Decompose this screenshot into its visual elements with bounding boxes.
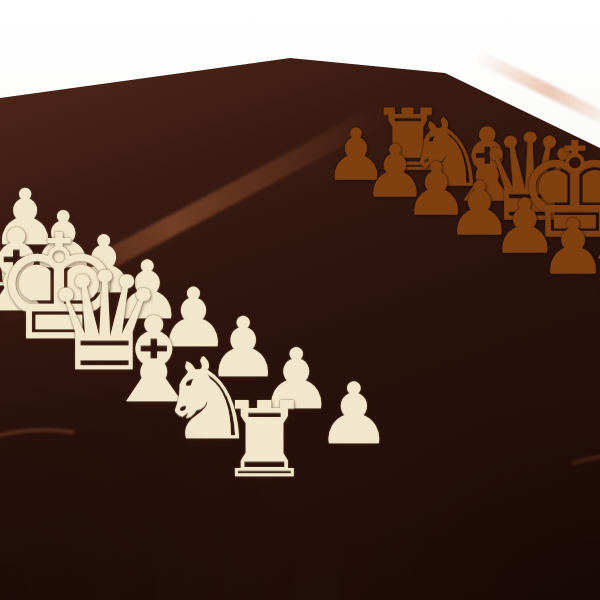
square-b5[interactable] — [454, 314, 569, 361]
square-e4[interactable] — [241, 262, 355, 303]
square-f5[interactable] — [267, 227, 372, 262]
square-c4[interactable] — [335, 309, 454, 357]
square-b4[interactable] — [386, 334, 508, 386]
square-a5[interactable] — [508, 339, 600, 390]
square-b6[interactable] — [516, 296, 600, 339]
square-a4[interactable] — [441, 361, 567, 417]
square-d4[interactable] — [287, 285, 404, 329]
piece-brown-pawn-b7[interactable]: ♟ — [589, 230, 600, 307]
square-c5[interactable] — [403, 290, 516, 334]
piece-white-rook-a1[interactable]: ♜ — [218, 388, 312, 492]
square-h5[interactable] — [189, 190, 290, 221]
square-d5[interactable] — [355, 268, 465, 309]
product-photo-scene: ♜♞♝♚♛♝♞♜♟♟♟♟♟♟♟♟♟♟♟♟♟♟♟♟♜♞♝♛♚♝♞♜ — [0, 0, 600, 600]
square-a6[interactable] — [569, 319, 600, 366]
square-g5[interactable] — [227, 208, 330, 241]
square-e5[interactable] — [310, 247, 418, 285]
piece-white-pawn-a2[interactable]: ♟ — [316, 371, 392, 456]
